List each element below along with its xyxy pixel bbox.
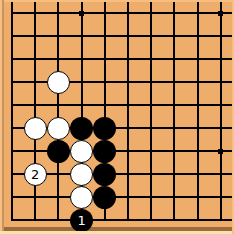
board-frame-left-shadow [2,0,4,234]
grid-line-horizontal-4 [11,150,234,152]
grid-line-horizontal-8 [11,58,234,60]
board-frame-top-highlight [0,0,234,2]
stone-white-B5 [24,117,47,140]
stone-black-D5 [70,117,93,140]
stone-black-E2 [93,186,116,209]
star-point-2 [218,11,223,16]
stone-black-E5 [93,117,116,140]
grid-line-horizontal-9 [11,35,234,37]
grid-line-horizontal-1 [11,219,234,221]
stone-black-E4 [93,140,116,163]
grid-line-horizontal-10 [11,12,234,14]
board-frame-bottom-outer [0,231,234,234]
stone-black-C4 [47,140,70,163]
stone-white-C5 [47,117,70,140]
stone-black-D1-move-1: 1 [70,209,93,232]
stone-white-D4 [70,140,93,163]
stone-white-D2 [70,186,93,209]
grid-line-horizontal-2 [11,196,234,198]
stone-white-D3 [70,163,93,186]
go-board: 21 [0,0,234,234]
stone-white-C7 [47,71,70,94]
board-frame-right-highlight [232,0,234,234]
grid-line-horizontal-7 [11,81,234,83]
star-point-1 [79,11,84,16]
stone-black-E3 [93,163,116,186]
grid-line-horizontal-6 [11,104,234,106]
stone-white-B3-move-2: 2 [24,163,47,186]
star-point-3 [218,149,223,154]
